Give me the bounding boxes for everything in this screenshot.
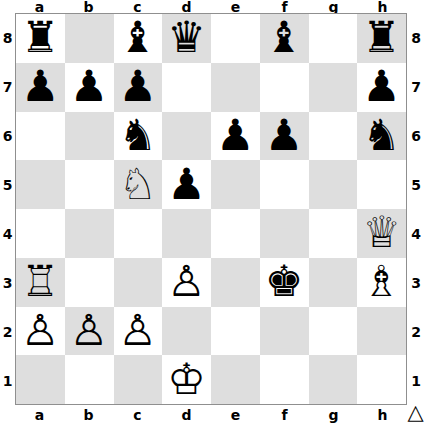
black-rook-a8[interactable]: ♜ — [21, 13, 60, 61]
square-f1[interactable] — [260, 355, 309, 404]
square-d4[interactable] — [162, 209, 211, 258]
black-pawn-h7[interactable]: ♟ — [362, 62, 401, 110]
black-pawn-c7[interactable]: ♟ — [119, 62, 158, 110]
square-b3[interactable] — [65, 258, 114, 307]
coord-label-7: 7 — [407, 62, 425, 111]
square-d2[interactable] — [162, 307, 211, 356]
file-labels-top: abcdefgh — [15, 0, 407, 14]
square-g6[interactable] — [309, 112, 358, 161]
coord-label-3: 3 — [407, 258, 425, 307]
coord-label-3: 3 — [0, 258, 15, 307]
black-pawn-e6[interactable]: ♟ — [216, 111, 255, 159]
coord-label-2: 2 — [0, 307, 15, 356]
square-b1[interactable] — [65, 355, 114, 404]
coord-label-5: 5 — [407, 160, 425, 209]
square-b6[interactable] — [65, 112, 114, 161]
square-e5[interactable] — [211, 160, 260, 209]
black-pawn-a7[interactable]: ♟ — [21, 62, 60, 110]
square-g2[interactable] — [309, 307, 358, 356]
white-to-move-triangle-icon: △ — [405, 399, 426, 425]
square-h2[interactable] — [357, 307, 406, 356]
black-knight-c6[interactable]: ♞ — [119, 111, 158, 159]
black-knight-h6[interactable]: ♞ — [362, 111, 401, 159]
square-a3[interactable]: ♖ — [16, 258, 65, 307]
coord-label-f: f — [260, 405, 309, 425]
square-c5[interactable]: ♘ — [114, 160, 163, 209]
square-h8[interactable]: ♜ — [357, 14, 406, 63]
square-f3[interactable]: ♚ — [260, 258, 309, 307]
white-pawn-a2[interactable]: ♙ — [21, 306, 60, 354]
square-h7[interactable]: ♟ — [357, 63, 406, 112]
square-c8[interactable]: ♝ — [114, 14, 163, 63]
coord-label-g: g — [309, 0, 358, 14]
square-c6[interactable]: ♞ — [114, 112, 163, 161]
square-e6[interactable]: ♟ — [211, 112, 260, 161]
square-e4[interactable] — [211, 209, 260, 258]
white-pawn-b2[interactable]: ♙ — [70, 306, 109, 354]
square-g5[interactable] — [309, 160, 358, 209]
coord-label-6: 6 — [0, 111, 15, 160]
coord-label-b: b — [64, 405, 113, 425]
coord-label-6: 6 — [407, 111, 425, 160]
square-d6[interactable] — [162, 112, 211, 161]
square-f4[interactable] — [260, 209, 309, 258]
coord-label-1: 1 — [0, 356, 15, 405]
square-c4[interactable] — [114, 209, 163, 258]
white-knight-c5[interactable]: ♘ — [119, 160, 158, 208]
square-g7[interactable] — [309, 63, 358, 112]
square-b5[interactable] — [65, 160, 114, 209]
square-d8[interactable]: ♛ — [162, 14, 211, 63]
square-e8[interactable] — [211, 14, 260, 63]
square-f5[interactable] — [260, 160, 309, 209]
square-a6[interactable] — [16, 112, 65, 161]
square-g8[interactable] — [309, 14, 358, 63]
square-b4[interactable] — [65, 209, 114, 258]
square-e2[interactable] — [211, 307, 260, 356]
square-a5[interactable] — [16, 160, 65, 209]
chess-board[interactable]: ♜♝♛♝♜♟♟♟♟♞♟♟♞♘♟♕♖♙♚♗♙♙♙♔ — [15, 13, 407, 405]
coord-label-d: d — [162, 405, 211, 425]
coord-label-g: g — [309, 405, 358, 425]
square-g3[interactable] — [309, 258, 358, 307]
file-labels-bottom: abcdefgh — [15, 405, 407, 425]
coord-label-a: a — [15, 405, 64, 425]
square-e3[interactable] — [211, 258, 260, 307]
black-pawn-f6[interactable]: ♟ — [265, 111, 304, 159]
black-bishop-f8[interactable]: ♝ — [265, 13, 304, 61]
coord-label-e: e — [211, 0, 260, 14]
square-d1[interactable]: ♔ — [162, 355, 211, 404]
black-king-f3[interactable]: ♚ — [265, 257, 304, 305]
black-rook-h8[interactable]: ♜ — [362, 13, 401, 61]
coord-label-8: 8 — [407, 13, 425, 62]
square-e7[interactable] — [211, 63, 260, 112]
coord-label-5: 5 — [0, 160, 15, 209]
square-f2[interactable] — [260, 307, 309, 356]
square-b7[interactable]: ♟ — [65, 63, 114, 112]
white-pawn-d3[interactable]: ♙ — [167, 257, 206, 305]
square-h4[interactable]: ♕ — [357, 209, 406, 258]
coord-label-b: b — [64, 0, 113, 14]
square-c3[interactable] — [114, 258, 163, 307]
coord-label-4: 4 — [0, 209, 15, 258]
white-king-d1[interactable]: ♔ — [167, 355, 206, 403]
coord-label-8: 8 — [0, 13, 15, 62]
black-bishop-c8[interactable]: ♝ — [119, 13, 158, 61]
coord-label-2: 2 — [407, 307, 425, 356]
coord-label-c: c — [113, 405, 162, 425]
square-h3[interactable]: ♗ — [357, 258, 406, 307]
coord-label-4: 4 — [407, 209, 425, 258]
square-a7[interactable]: ♟ — [16, 63, 65, 112]
white-rook-a3[interactable]: ♖ — [21, 257, 60, 305]
square-a4[interactable] — [16, 209, 65, 258]
coord-label-1: 1 — [407, 356, 425, 405]
square-c2[interactable]: ♙ — [114, 307, 163, 356]
white-bishop-h3[interactable]: ♗ — [362, 257, 401, 305]
square-e1[interactable] — [211, 355, 260, 404]
square-b2[interactable]: ♙ — [65, 307, 114, 356]
square-d5[interactable]: ♟ — [162, 160, 211, 209]
square-a8[interactable]: ♜ — [16, 14, 65, 63]
square-h1[interactable] — [357, 355, 406, 404]
square-g4[interactable] — [309, 209, 358, 258]
black-pawn-b7[interactable]: ♟ — [70, 62, 109, 110]
rank-labels-right: 87654321 — [407, 13, 425, 405]
white-queen-h4[interactable]: ♕ — [362, 208, 401, 256]
square-a1[interactable] — [16, 355, 65, 404]
black-pawn-d5[interactable]: ♟ — [167, 160, 206, 208]
coord-label-7: 7 — [0, 62, 15, 111]
square-f6[interactable]: ♟ — [260, 112, 309, 161]
black-queen-d8[interactable]: ♛ — [167, 13, 206, 61]
chess-diagram: abcdefgh 87654321 ♜♝♛♝♜♟♟♟♟♞♟♟♞♘♟♕♖♙♚♗♙♙… — [0, 0, 426, 426]
square-d3[interactable]: ♙ — [162, 258, 211, 307]
coord-label-e: e — [211, 405, 260, 425]
square-h6[interactable]: ♞ — [357, 112, 406, 161]
square-h5[interactable] — [357, 160, 406, 209]
white-pawn-c2[interactable]: ♙ — [119, 306, 158, 354]
square-f7[interactable] — [260, 63, 309, 112]
square-g1[interactable] — [309, 355, 358, 404]
rank-labels-left: 87654321 — [0, 13, 15, 405]
square-a2[interactable]: ♙ — [16, 307, 65, 356]
coord-label-h: h — [358, 405, 407, 425]
square-d7[interactable] — [162, 63, 211, 112]
square-c7[interactable]: ♟ — [114, 63, 163, 112]
square-c1[interactable] — [114, 355, 163, 404]
square-b8[interactable] — [65, 14, 114, 63]
square-f8[interactable]: ♝ — [260, 14, 309, 63]
